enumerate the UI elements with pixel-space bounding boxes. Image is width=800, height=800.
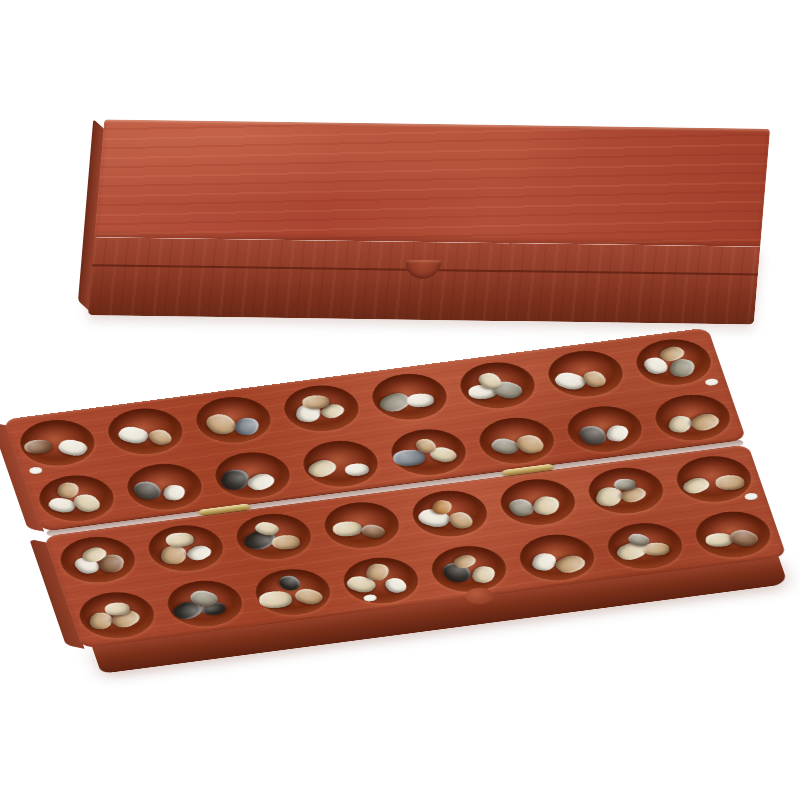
pit-a1[interactable] [13,416,101,470]
pit-b6[interactable] [473,414,561,468]
pit-c2[interactable] [142,521,230,575]
stone-cream [257,590,293,609]
pit-a4[interactable] [278,381,366,435]
pit-b4[interactable] [297,437,385,491]
stone-tan [513,432,548,455]
pit-b2[interactable] [121,460,209,514]
stone-cream [666,415,694,434]
stone-tan [715,475,745,490]
stone-white [243,471,279,493]
pit-c6[interactable] [494,475,582,529]
stone-gray [613,479,636,491]
pit-a5[interactable] [366,370,454,424]
pit-c1[interactable] [54,533,142,587]
pit-c7[interactable] [582,463,670,517]
pit-a6[interactable] [454,358,542,412]
pit-d8[interactable] [689,507,777,561]
pit-b5[interactable] [385,425,473,479]
stone-darkgray [575,423,610,447]
box-lid-closed [88,119,770,324]
stone-white [114,424,152,446]
stone-white [382,576,410,594]
pit-d3[interactable] [249,565,337,619]
pit-d7[interactable] [601,519,689,573]
pit-d1[interactable] [73,588,161,642]
stone-brown [725,527,763,549]
stone-white [604,424,631,443]
stone-tan [445,510,476,531]
pit-d4[interactable] [337,553,425,607]
pit-b1[interactable] [33,471,121,525]
pit-d6[interactable] [513,530,601,584]
stone-cream [469,565,497,584]
pit-b8[interactable] [649,391,737,445]
mancala-board [3,327,786,648]
product-photo-stage [0,0,800,800]
pit-b3[interactable] [209,448,297,502]
pit-d2[interactable] [161,577,249,631]
pit-a3[interactable] [190,393,278,447]
pit-a2[interactable] [102,404,190,458]
stone-tan [551,552,590,576]
stone-tan [271,534,302,550]
stone-tan [144,427,174,447]
box-top-face [94,119,770,246]
stone-white [344,463,370,477]
box-front-face [88,237,760,324]
stone-cream [678,475,713,496]
stone-cream [530,495,562,517]
stone-white [530,552,559,572]
stone-cream [331,521,363,538]
stone-white [405,393,434,408]
stone-cream [164,531,195,547]
pit-a7[interactable] [542,347,630,401]
stone-tan [201,411,240,437]
pit-c5[interactable] [406,487,494,541]
box-thumb-notch [404,260,442,279]
stone-bluegray [233,417,260,436]
stone-tan [686,411,724,434]
stone-tan [159,544,188,565]
pit-c3[interactable] [230,510,318,564]
pit-c4[interactable] [318,498,406,552]
stone-darkgray [129,478,165,502]
stone-black [219,468,251,491]
pit-d5[interactable] [425,542,513,596]
stone-cream [303,457,341,480]
stone-brown [358,522,389,540]
stone-white [54,437,90,458]
stone-white [161,484,186,501]
pit-b7[interactable] [561,402,649,456]
stone-tan [580,369,609,389]
stone-brown [22,438,53,455]
